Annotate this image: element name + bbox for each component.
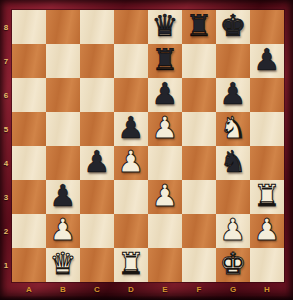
square-b6[interactable]: [46, 78, 80, 112]
square-h1[interactable]: [250, 248, 284, 282]
chess-board: ♛♜♚♜♟♟♟♟♟♞♟♟♞♟♟♜♟♟♟♛♜♚: [12, 10, 284, 282]
square-b8[interactable]: [46, 10, 80, 44]
square-d7[interactable]: [114, 44, 148, 78]
square-f6[interactable]: [182, 78, 216, 112]
square-a8[interactable]: [12, 10, 46, 44]
black-king[interactable]: ♚: [220, 11, 247, 41]
file-label-a: A: [12, 283, 46, 296]
square-c3[interactable]: [80, 180, 114, 214]
square-d3[interactable]: [114, 180, 148, 214]
rank-label-3: 3: [0, 180, 12, 214]
rank-label-6: 6: [0, 78, 12, 112]
square-e1[interactable]: [148, 248, 182, 282]
black-knight[interactable]: ♞: [220, 147, 247, 177]
square-f1[interactable]: [182, 248, 216, 282]
file-label-b: B: [46, 283, 80, 296]
square-c5[interactable]: [80, 112, 114, 146]
square-h7[interactable]: ♟: [250, 44, 284, 78]
square-e8[interactable]: ♛: [148, 10, 182, 44]
square-h6[interactable]: [250, 78, 284, 112]
file-label-h: H: [250, 283, 284, 296]
white-rook[interactable]: ♜: [254, 181, 281, 211]
white-king[interactable]: ♚: [220, 249, 247, 279]
square-c6[interactable]: [80, 78, 114, 112]
square-c1[interactable]: [80, 248, 114, 282]
square-e2[interactable]: [148, 214, 182, 248]
file-label-c: C: [80, 283, 114, 296]
square-g1[interactable]: ♚: [216, 248, 250, 282]
file-label-e: E: [148, 283, 182, 296]
black-pawn[interactable]: ♟: [84, 147, 111, 177]
rank-label-4: 4: [0, 146, 12, 180]
square-h8[interactable]: [250, 10, 284, 44]
black-pawn[interactable]: ♟: [50, 181, 77, 211]
square-e4[interactable]: [148, 146, 182, 180]
square-b7[interactable]: [46, 44, 80, 78]
white-pawn[interactable]: ♟: [254, 215, 281, 245]
square-f2[interactable]: [182, 214, 216, 248]
white-rook[interactable]: ♜: [118, 249, 145, 279]
square-g4[interactable]: ♞: [216, 146, 250, 180]
square-c8[interactable]: [80, 10, 114, 44]
square-f5[interactable]: [182, 112, 216, 146]
white-pawn[interactable]: ♟: [118, 147, 145, 177]
file-label-d: D: [114, 283, 148, 296]
square-g3[interactable]: [216, 180, 250, 214]
square-b2[interactable]: ♟: [46, 214, 80, 248]
black-rook[interactable]: ♜: [152, 45, 179, 75]
square-a1[interactable]: [12, 248, 46, 282]
square-a2[interactable]: [12, 214, 46, 248]
rank-label-7: 7: [0, 44, 12, 78]
file-label-g: G: [216, 283, 250, 296]
square-e5[interactable]: ♟: [148, 112, 182, 146]
square-e6[interactable]: ♟: [148, 78, 182, 112]
square-d4[interactable]: ♟: [114, 146, 148, 180]
white-queen[interactable]: ♛: [50, 249, 77, 279]
square-b5[interactable]: [46, 112, 80, 146]
square-f8[interactable]: ♜: [182, 10, 216, 44]
square-f3[interactable]: [182, 180, 216, 214]
square-f4[interactable]: [182, 146, 216, 180]
square-b4[interactable]: [46, 146, 80, 180]
square-d8[interactable]: [114, 10, 148, 44]
square-c2[interactable]: [80, 214, 114, 248]
black-pawn[interactable]: ♟: [118, 113, 145, 143]
square-e7[interactable]: ♜: [148, 44, 182, 78]
square-d1[interactable]: ♜: [114, 248, 148, 282]
black-rook[interactable]: ♜: [186, 11, 213, 41]
rank-label-2: 2: [0, 214, 12, 248]
square-b3[interactable]: ♟: [46, 180, 80, 214]
square-g2[interactable]: ♟: [216, 214, 250, 248]
white-knight[interactable]: ♞: [220, 113, 247, 143]
rank-label-1: 1: [0, 248, 12, 282]
square-d5[interactable]: ♟: [114, 112, 148, 146]
white-pawn[interactable]: ♟: [152, 113, 179, 143]
square-e3[interactable]: ♟: [148, 180, 182, 214]
square-b1[interactable]: ♛: [46, 248, 80, 282]
square-g5[interactable]: ♞: [216, 112, 250, 146]
square-d2[interactable]: [114, 214, 148, 248]
rank-label-8: 8: [0, 10, 12, 44]
white-pawn[interactable]: ♟: [152, 181, 179, 211]
square-h4[interactable]: [250, 146, 284, 180]
square-g8[interactable]: ♚: [216, 10, 250, 44]
rank-labels: 87654321: [0, 10, 12, 282]
square-a3[interactable]: [12, 180, 46, 214]
square-d6[interactable]: [114, 78, 148, 112]
square-f7[interactable]: [182, 44, 216, 78]
black-queen[interactable]: ♛: [152, 11, 179, 41]
file-labels: ABCDEFGH: [12, 283, 284, 296]
square-c7[interactable]: [80, 44, 114, 78]
chess-board-frame: 87654321 ♛♜♚♜♟♟♟♟♟♞♟♟♞♟♟♜♟♟♟♛♜♚ ABCDEFGH: [0, 0, 293, 300]
rank-label-5: 5: [0, 112, 12, 146]
white-pawn[interactable]: ♟: [220, 215, 247, 245]
file-label-f: F: [182, 283, 216, 296]
square-a4[interactable]: [12, 146, 46, 180]
square-a6[interactable]: [12, 78, 46, 112]
square-g6[interactable]: ♟: [216, 78, 250, 112]
white-pawn[interactable]: ♟: [50, 215, 77, 245]
square-h2[interactable]: ♟: [250, 214, 284, 248]
square-h5[interactable]: [250, 112, 284, 146]
square-c4[interactable]: ♟: [80, 146, 114, 180]
black-pawn[interactable]: ♟: [254, 45, 281, 75]
black-pawn[interactable]: ♟: [152, 79, 179, 109]
square-g7[interactable]: [216, 44, 250, 78]
square-a5[interactable]: [12, 112, 46, 146]
square-h3[interactable]: ♜: [250, 180, 284, 214]
square-a7[interactable]: [12, 44, 46, 78]
black-pawn[interactable]: ♟: [220, 79, 247, 109]
